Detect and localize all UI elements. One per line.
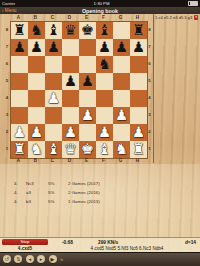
square-e5[interactable]: ♟	[79, 73, 96, 90]
square-d1[interactable]: ♛	[62, 141, 79, 158]
piece-black-pawn: ♟	[64, 73, 77, 90]
file-labels-bottom: ABCDEFGH	[10, 157, 146, 164]
file-label-d: D	[61, 14, 78, 21]
out-of-book-icon: ✕	[194, 15, 199, 20]
square-b5[interactable]	[28, 73, 45, 90]
file-label-g: G	[112, 157, 129, 164]
square-h8[interactable]: ♜	[130, 22, 147, 39]
square-c8[interactable]: ♝	[45, 22, 62, 39]
piece-black-rook: ♜	[13, 22, 26, 39]
piece-black-queen: ♛	[64, 22, 77, 39]
book-move-percent: 5%	[48, 190, 68, 195]
piece-white-pawn: ♟	[64, 124, 77, 141]
evaluation-score: -0.68	[62, 240, 73, 245]
rank-labels-right: 87654321	[148, 21, 152, 157]
square-g3[interactable]: ♟	[113, 107, 130, 124]
navigation-bar: ‹ Menu Opening book	[0, 7, 200, 14]
square-g5[interactable]	[113, 73, 130, 90]
rank-label-8: 8	[148, 21, 152, 38]
bottom-toolbar: ↺⇅◂▸▶»	[0, 252, 200, 266]
piece-black-king: ♚	[81, 22, 94, 39]
square-c1[interactable]: ♝	[45, 141, 62, 158]
square-f8[interactable]: ♝	[96, 22, 113, 39]
rank-labels-left: 87654321	[5, 21, 9, 157]
square-f3[interactable]	[96, 107, 113, 124]
square-h6[interactable]	[130, 56, 147, 73]
more-tools-icon[interactable]: »	[60, 256, 63, 262]
book-move-games: 1 Games (2013)	[68, 199, 186, 204]
square-e4[interactable]	[79, 90, 96, 107]
book-move-percent: 5%	[48, 199, 68, 204]
file-label-f: F	[95, 14, 112, 21]
rank-label-1: 1	[148, 140, 152, 157]
square-g6[interactable]	[113, 56, 130, 73]
file-label-a: A	[10, 157, 27, 164]
square-d7[interactable]	[62, 39, 79, 56]
square-g8[interactable]	[113, 22, 130, 39]
square-d4[interactable]	[62, 90, 79, 107]
square-b7[interactable]: ♟	[28, 39, 45, 56]
square-c3[interactable]	[45, 107, 62, 124]
file-label-b: B	[27, 14, 44, 21]
file-label-a: A	[10, 14, 27, 21]
search-speed: 299 KN/s	[98, 240, 118, 245]
rank-label-2: 2	[148, 123, 152, 140]
rank-label-7: 7	[5, 38, 9, 55]
piece-white-pawn: ♟	[132, 124, 145, 141]
piece-white-knight: ♞	[115, 141, 128, 158]
square-b6[interactable]	[28, 56, 45, 73]
rank-label-3: 3	[148, 106, 152, 123]
book-move: Nc3	[26, 181, 48, 186]
board-panel-divider	[153, 14, 154, 163]
piece-black-bishop: ♝	[47, 22, 60, 39]
square-a5[interactable]	[11, 73, 28, 90]
book-move-number: 4.	[14, 199, 26, 204]
square-f2[interactable]: ♟	[96, 124, 113, 141]
file-label-e: E	[78, 14, 95, 21]
file-label-f: F	[95, 157, 112, 164]
square-f7[interactable]: ♟	[96, 39, 113, 56]
square-f1[interactable]: ♝	[96, 141, 113, 158]
square-b1[interactable]: ♞	[28, 141, 45, 158]
piece-white-queen: ♛	[64, 141, 77, 158]
step-back-icon[interactable]: ◂	[26, 255, 34, 263]
square-b3[interactable]	[28, 107, 45, 124]
square-d8[interactable]: ♛	[62, 22, 79, 39]
file-label-d: D	[61, 157, 78, 164]
new-game-icon[interactable]: ↺	[3, 255, 11, 263]
square-b2[interactable]: ♟	[28, 124, 45, 141]
chess-board[interactable]: ♜♞♝♛♚♝♜♟♟♟♟♟♟♞♟♟♟♟♟♟♟♟♟♟♜♞♝♛♚♝♞♜	[10, 21, 148, 159]
square-f4[interactable]	[96, 90, 113, 107]
file-label-h: H	[129, 14, 146, 21]
carrier-label: Carrier	[2, 0, 15, 7]
square-d2[interactable]: ♟	[62, 124, 79, 141]
square-d3[interactable]	[62, 107, 79, 124]
rank-label-1: 1	[5, 140, 9, 157]
square-c2[interactable]	[45, 124, 62, 141]
piece-black-pawn: ♟	[115, 39, 128, 56]
square-e8[interactable]: ♚	[79, 22, 96, 39]
file-labels-top: ABCDEFGH	[10, 14, 146, 21]
book-move-row-1[interactable]: 4.Nc35%2 Games (2017)	[14, 179, 186, 188]
square-a6[interactable]	[11, 56, 28, 73]
best-move-label: 4.cxd5	[2, 246, 48, 251]
square-h5[interactable]	[130, 73, 147, 90]
engine-status-row: Stop -0.68 299 KN/s d=14	[0, 238, 200, 246]
square-c7[interactable]: ♟	[45, 39, 62, 56]
book-move: b3	[26, 199, 48, 204]
piece-white-pawn: ♟	[81, 107, 94, 124]
book-move-percent: 5%	[48, 181, 68, 186]
square-f6[interactable]: ♞	[96, 56, 113, 73]
piece-white-pawn: ♟	[30, 124, 43, 141]
rank-label-6: 6	[5, 55, 9, 72]
status-bar: Carrier 1:30 PM	[0, 0, 200, 7]
piece-black-knight: ♞	[30, 22, 43, 39]
square-a3[interactable]	[11, 107, 28, 124]
piece-white-knight: ♞	[30, 141, 43, 158]
rank-label-2: 2	[5, 123, 9, 140]
piece-black-pawn: ♟	[81, 73, 94, 90]
piece-white-king: ♚	[81, 141, 94, 158]
piece-white-bishop: ♝	[98, 141, 111, 158]
book-move-number: 4.	[14, 181, 26, 186]
file-label-b: B	[27, 157, 44, 164]
square-b8[interactable]: ♞	[28, 22, 45, 39]
clock-label: 1:30 PM	[94, 0, 110, 7]
piece-black-pawn: ♟	[13, 39, 26, 56]
square-f5[interactable]	[96, 73, 113, 90]
file-label-c: C	[44, 157, 61, 164]
stop-button[interactable]: Stop	[2, 239, 48, 245]
book-move-games: 2 Games (2017)	[68, 181, 186, 186]
page-title: Opening book	[0, 8, 200, 14]
file-label-e: E	[78, 157, 95, 164]
rank-label-6: 6	[148, 55, 152, 72]
flip-board-icon[interactable]: ⇅	[14, 255, 22, 263]
square-d5[interactable]: ♟	[62, 73, 79, 90]
square-c5[interactable]	[45, 73, 62, 90]
square-a4[interactable]	[11, 90, 28, 107]
square-h7[interactable]: ♟	[130, 39, 147, 56]
rank-label-8: 8	[5, 21, 9, 38]
opening-book-list: 4.Nc35%2 Games (2017)4.a35%2 Games (2016…	[14, 179, 186, 206]
rank-label-4: 4	[5, 89, 9, 106]
square-g2[interactable]	[113, 124, 130, 141]
square-a2[interactable]: ♟	[11, 124, 28, 141]
square-g1[interactable]: ♞	[113, 141, 130, 158]
piece-white-pawn: ♟	[115, 107, 128, 124]
square-g4[interactable]	[113, 90, 130, 107]
piece-black-pawn: ♟	[30, 39, 43, 56]
piece-black-pawn: ♟	[132, 39, 145, 56]
square-h4[interactable]	[130, 90, 147, 107]
file-label-g: G	[112, 14, 129, 21]
square-h3[interactable]	[130, 107, 147, 124]
book-move-games: 2 Games (2016)	[68, 190, 186, 195]
file-label-c: C	[44, 14, 61, 21]
file-label-h: H	[129, 157, 146, 164]
square-d6[interactable]	[62, 56, 79, 73]
piece-white-pawn: ♟	[13, 124, 26, 141]
book-move: a3	[26, 190, 48, 195]
rank-label-3: 3	[5, 106, 9, 123]
square-e2[interactable]	[79, 124, 96, 141]
square-e3[interactable]: ♟	[79, 107, 96, 124]
piece-black-pawn: ♟	[98, 39, 111, 56]
book-move-row-3[interactable]: 4.b35%1 Games (2013)	[14, 197, 186, 206]
square-b4[interactable]	[28, 90, 45, 107]
move-history-text: 1.c4 e5 2.e3 d5 3.g3	[155, 15, 192, 20]
book-move-row-2[interactable]: 4.a35%2 Games (2016)	[14, 188, 186, 197]
piece-black-pawn: ♟	[47, 39, 60, 56]
square-a8[interactable]: ♜	[11, 22, 28, 39]
piece-white-pawn: ♟	[47, 90, 60, 107]
square-e7[interactable]	[79, 39, 96, 56]
play-icon[interactable]: ▶	[49, 255, 57, 263]
step-forward-icon[interactable]: ▸	[37, 255, 45, 263]
piece-white-bishop: ♝	[47, 141, 60, 158]
piece-black-rook: ♜	[132, 22, 145, 39]
opening-book-screen: Carrier 1:30 PM ‹ Menu Opening book ABCD…	[0, 0, 200, 266]
piece-white-rook: ♜	[132, 141, 145, 158]
principal-variation: 4.cxd5 Nxd5 5.Nf3 Nc6 6.Nc3 Ndb4	[58, 246, 196, 251]
book-move-number: 4.	[14, 190, 26, 195]
game-move-history[interactable]: 1.c4 e5 2.e3 d5 3.g3 ✕	[155, 15, 199, 20]
piece-white-rook: ♜	[13, 141, 26, 158]
square-c4[interactable]: ♟	[45, 90, 62, 107]
piece-black-knight: ♞	[98, 56, 111, 73]
rank-label-4: 4	[148, 89, 152, 106]
square-c6[interactable]	[45, 56, 62, 73]
square-h1[interactable]: ♜	[130, 141, 147, 158]
rank-label-5: 5	[5, 72, 9, 89]
rank-label-7: 7	[148, 38, 152, 55]
square-e1[interactable]: ♚	[79, 141, 96, 158]
search-depth: d=14	[185, 240, 196, 245]
square-a1[interactable]: ♜	[11, 141, 28, 158]
rank-label-5: 5	[148, 72, 152, 89]
square-h2[interactable]: ♟	[130, 124, 147, 141]
square-e6[interactable]	[79, 56, 96, 73]
battery-icon	[188, 1, 198, 6]
square-g7[interactable]: ♟	[113, 39, 130, 56]
piece-black-bishop: ♝	[98, 22, 111, 39]
square-a7[interactable]: ♟	[11, 39, 28, 56]
piece-white-pawn: ♟	[98, 124, 111, 141]
